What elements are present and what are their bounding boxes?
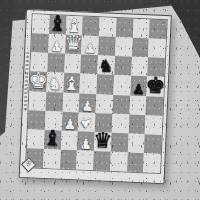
square-d8[interactable] — [82, 16, 100, 36]
square-h7[interactable] — [148, 39, 166, 59]
white-knight-glyph: ♞ — [47, 75, 63, 93]
square-b1[interactable] — [43, 149, 61, 169]
black-pawn-glyph: ♟ — [132, 81, 145, 96]
square-c4[interactable] — [62, 92, 80, 112]
black-queen-glyph: ♛ — [93, 130, 113, 152]
white-pawn-glyph: ♟ — [79, 136, 92, 151]
square-b4[interactable] — [45, 91, 63, 111]
photo-canvas: ♔ ♝♝♟♛♟♞♚♞♝♟♚♟♟♟♟♝♛ — [0, 0, 200, 200]
square-c2[interactable] — [60, 130, 78, 150]
white-pawn-glyph: ♟ — [63, 117, 76, 132]
square-f1[interactable] — [110, 152, 128, 172]
square-a4[interactable] — [29, 91, 47, 111]
white-bishop-glyph: ♝ — [63, 73, 81, 93]
square-f7[interactable] — [115, 37, 133, 57]
table-background-left — [0, 0, 20, 140]
square-f6[interactable] — [114, 56, 132, 76]
square-f4[interactable] — [112, 94, 130, 114]
white-pawn-glyph: ♟ — [50, 39, 63, 54]
white-bishop-c5[interactable]: ♝ — [63, 73, 81, 93]
white-pawn-d7[interactable]: ♟ — [81, 36, 99, 56]
square-h1[interactable] — [143, 153, 161, 173]
square-f3[interactable] — [111, 113, 129, 133]
white-pawn-c3[interactable]: ♟ — [61, 111, 79, 131]
square-d1[interactable] — [76, 150, 94, 170]
square-g3[interactable] — [128, 114, 146, 134]
black-knight-e6[interactable]: ♞ — [97, 55, 115, 75]
square-g8[interactable] — [132, 19, 150, 39]
square-f8[interactable] — [116, 18, 134, 38]
crown-icon: ♔ — [22, 160, 35, 168]
square-h8[interactable] — [149, 19, 167, 39]
square-e5[interactable] — [96, 75, 114, 95]
white-pawn-glyph: ♟ — [83, 41, 96, 56]
white-queen-glyph: ♛ — [64, 33, 84, 55]
square-g1[interactable] — [127, 152, 145, 172]
square-e8[interactable] — [99, 17, 117, 37]
black-king-h5[interactable]: ♚ — [147, 77, 165, 97]
white-knight-b5[interactable]: ♞ — [46, 72, 64, 92]
chess-board: ♔ ♝♝♟♛♟♞♚♞♝♟♚♟♟♟♟♝♛ — [19, 9, 172, 184]
black-queen-e2[interactable]: ♛ — [94, 132, 112, 152]
black-bishop-glyph: ♝ — [43, 128, 63, 150]
white-pawn-d4[interactable]: ♟ — [79, 93, 97, 113]
black-king-glyph: ♚ — [145, 74, 166, 97]
square-g4[interactable] — [129, 95, 147, 115]
square-f5[interactable] — [113, 75, 131, 95]
square-h4[interactable] — [146, 96, 164, 116]
square-g2[interactable] — [127, 133, 145, 153]
square-d5[interactable] — [80, 74, 98, 94]
square-a7[interactable] — [31, 33, 49, 53]
square-c1[interactable] — [60, 150, 78, 170]
square-g7[interactable] — [132, 38, 150, 58]
square-h3[interactable] — [145, 115, 163, 135]
square-f2[interactable] — [111, 133, 129, 153]
square-e7[interactable] — [98, 36, 116, 56]
black-bishop-b2[interactable]: ♝ — [44, 130, 62, 150]
square-h2[interactable] — [144, 134, 162, 154]
square-d6[interactable] — [80, 55, 98, 75]
white-king-a5[interactable]: ♚ — [29, 72, 47, 92]
square-e1[interactable] — [93, 151, 111, 171]
white-queen-c7[interactable]: ♛ — [65, 35, 83, 55]
square-e4[interactable] — [96, 94, 114, 114]
square-b6[interactable] — [47, 53, 65, 73]
white-pawn-glyph: ♟ — [81, 98, 94, 113]
board-logo: ♔ — [22, 158, 36, 172]
black-knight-glyph: ♞ — [98, 58, 114, 76]
